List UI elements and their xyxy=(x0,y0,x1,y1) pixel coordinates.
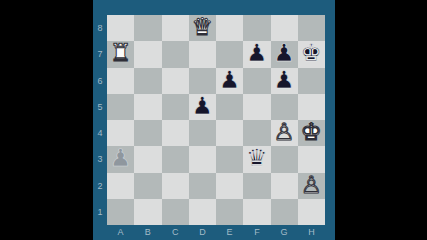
square-b1[interactable] xyxy=(134,199,161,225)
square-a5[interactable] xyxy=(107,94,134,120)
square-e7[interactable] xyxy=(216,41,243,67)
square-c1[interactable] xyxy=(162,199,189,225)
square-g3[interactable] xyxy=(271,146,298,172)
file-label-c: C xyxy=(162,226,189,238)
square-c2[interactable] xyxy=(162,173,189,199)
rank-label-5: 5 xyxy=(93,94,107,120)
rank-label-8: 8 xyxy=(93,15,107,41)
piece-black-king-h7[interactable]: ♚ xyxy=(301,41,323,65)
square-b3[interactable] xyxy=(134,146,161,172)
square-b4[interactable] xyxy=(134,120,161,146)
square-g7[interactable]: ♟ xyxy=(271,41,298,67)
square-a4[interactable] xyxy=(107,120,134,146)
square-b6[interactable] xyxy=(134,68,161,94)
piece-white-king-h4[interactable]: ♚ xyxy=(301,120,323,144)
square-e5[interactable] xyxy=(216,94,243,120)
square-c5[interactable] xyxy=(162,94,189,120)
square-h8[interactable] xyxy=(298,15,325,41)
square-b8[interactable] xyxy=(134,15,161,41)
square-f7[interactable]: ♟ xyxy=(243,41,270,67)
square-e6[interactable]: ♟ xyxy=(216,68,243,94)
piece-white-pawn-g4[interactable]: ♙ xyxy=(273,120,295,144)
square-d2[interactable] xyxy=(189,173,216,199)
square-h1[interactable] xyxy=(298,199,325,225)
square-a8[interactable] xyxy=(107,15,134,41)
rank-label-2: 2 xyxy=(93,173,107,199)
square-c8[interactable] xyxy=(162,15,189,41)
square-d3[interactable] xyxy=(189,146,216,172)
piece-white-queen-d8[interactable]: ♛ xyxy=(192,15,214,39)
square-e4[interactable] xyxy=(216,120,243,146)
rank-labels: 87654321 xyxy=(93,15,107,225)
square-c7[interactable] xyxy=(162,41,189,67)
square-d1[interactable] xyxy=(189,199,216,225)
square-c4[interactable] xyxy=(162,120,189,146)
square-e3[interactable] xyxy=(216,146,243,172)
square-h4[interactable]: ♚ xyxy=(298,120,325,146)
piece-ghost-pawn-a3[interactable]: ♟ xyxy=(110,146,132,170)
file-labels: ABCDEFGH xyxy=(107,226,325,238)
square-d5[interactable]: ♟ xyxy=(189,94,216,120)
square-f8[interactable] xyxy=(243,15,270,41)
square-d4[interactable] xyxy=(189,120,216,146)
piece-white-pawn-h2[interactable]: ♙ xyxy=(301,173,323,197)
square-h2[interactable]: ♙ xyxy=(298,173,325,199)
piece-white-rook-a7[interactable]: ♜ xyxy=(110,41,132,65)
square-e1[interactable] xyxy=(216,199,243,225)
file-label-a: A xyxy=(107,226,134,238)
piece-black-queen-f3[interactable]: ♛ xyxy=(246,146,268,170)
square-g6[interactable]: ♟ xyxy=(271,68,298,94)
square-g2[interactable] xyxy=(271,173,298,199)
piece-black-pawn-g7[interactable]: ♟ xyxy=(273,41,295,65)
square-h6[interactable] xyxy=(298,68,325,94)
chess-app-panel: 87654321 ♛♜♟♟♚♟♟♟♙♚♟♛♙ ABCDEFGH xyxy=(93,0,335,240)
rank-label-6: 6 xyxy=(93,68,107,94)
piece-black-pawn-d5[interactable]: ♟ xyxy=(192,94,214,118)
file-label-h: H xyxy=(298,226,325,238)
rank-label-7: 7 xyxy=(93,41,107,67)
square-a6[interactable] xyxy=(107,68,134,94)
square-h5[interactable] xyxy=(298,94,325,120)
piece-black-pawn-e6[interactable]: ♟ xyxy=(219,68,241,92)
square-g8[interactable] xyxy=(271,15,298,41)
square-e8[interactable] xyxy=(216,15,243,41)
square-f6[interactable] xyxy=(243,68,270,94)
square-a3[interactable]: ♟ xyxy=(107,146,134,172)
file-label-b: B xyxy=(134,226,161,238)
square-h7[interactable]: ♚ xyxy=(298,41,325,67)
square-g1[interactable] xyxy=(271,199,298,225)
square-c3[interactable] xyxy=(162,146,189,172)
file-label-e: E xyxy=(216,226,243,238)
square-g4[interactable]: ♙ xyxy=(271,120,298,146)
square-f4[interactable] xyxy=(243,120,270,146)
square-f2[interactable] xyxy=(243,173,270,199)
file-label-d: D xyxy=(189,226,216,238)
piece-black-pawn-f7[interactable]: ♟ xyxy=(246,41,268,65)
chess-board[interactable]: ♛♜♟♟♚♟♟♟♙♚♟♛♙ xyxy=(107,15,325,225)
file-label-f: F xyxy=(243,226,270,238)
rank-label-3: 3 xyxy=(93,146,107,172)
square-f1[interactable] xyxy=(243,199,270,225)
square-d8[interactable]: ♛ xyxy=(189,15,216,41)
video-frame: 87654321 ♛♜♟♟♚♟♟♟♙♚♟♛♙ ABCDEFGH xyxy=(0,0,427,240)
square-b5[interactable] xyxy=(134,94,161,120)
square-d6[interactable] xyxy=(189,68,216,94)
square-e2[interactable] xyxy=(216,173,243,199)
square-h3[interactable] xyxy=(298,146,325,172)
square-b2[interactable] xyxy=(134,173,161,199)
piece-black-pawn-g6[interactable]: ♟ xyxy=(273,68,295,92)
square-d7[interactable] xyxy=(189,41,216,67)
rank-label-1: 1 xyxy=(93,199,107,225)
square-b7[interactable] xyxy=(134,41,161,67)
square-a1[interactable] xyxy=(107,199,134,225)
square-g5[interactable] xyxy=(271,94,298,120)
square-c6[interactable] xyxy=(162,68,189,94)
square-f3[interactable]: ♛ xyxy=(243,146,270,172)
square-a7[interactable]: ♜ xyxy=(107,41,134,67)
rank-label-4: 4 xyxy=(93,120,107,146)
square-a2[interactable] xyxy=(107,173,134,199)
square-f5[interactable] xyxy=(243,94,270,120)
file-label-g: G xyxy=(271,226,298,238)
